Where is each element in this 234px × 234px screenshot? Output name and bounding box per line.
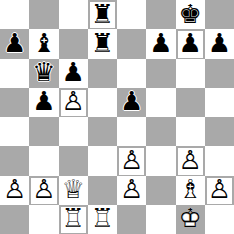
square-g3[interactable]: ♟♙ bbox=[176, 146, 205, 175]
square-c8[interactable] bbox=[59, 0, 88, 29]
square-g5[interactable] bbox=[176, 88, 205, 117]
square-h4[interactable] bbox=[205, 117, 234, 146]
white-rook-icon: ♜♖ bbox=[59, 205, 88, 234]
square-c4[interactable] bbox=[59, 117, 88, 146]
white-pawn-icon: ♟♙ bbox=[205, 176, 234, 205]
black-pawn-icon: ♟ bbox=[117, 88, 146, 117]
square-a8[interactable] bbox=[0, 0, 29, 29]
square-b3[interactable] bbox=[29, 146, 58, 175]
square-f8[interactable] bbox=[146, 0, 175, 29]
square-c2[interactable]: ♛♕ bbox=[59, 176, 88, 205]
square-a6[interactable] bbox=[0, 59, 29, 88]
square-b2[interactable]: ♟♙ bbox=[29, 176, 58, 205]
black-pawn-icon: ♟ bbox=[29, 88, 58, 117]
square-a7[interactable]: ♟ bbox=[0, 29, 29, 58]
square-h5[interactable] bbox=[205, 88, 234, 117]
white-pawn-icon: ♟♙ bbox=[117, 146, 146, 175]
square-e2[interactable]: ♟♙ bbox=[117, 176, 146, 205]
square-a3[interactable] bbox=[0, 146, 29, 175]
square-b4[interactable] bbox=[29, 117, 58, 146]
square-g8[interactable]: ♚ bbox=[176, 0, 205, 29]
white-pawn-icon: ♟♙ bbox=[29, 176, 58, 205]
white-pawn-icon: ♟♙ bbox=[59, 88, 88, 117]
square-h3[interactable] bbox=[205, 146, 234, 175]
black-rook-icon: ♜ bbox=[88, 0, 117, 29]
black-pawn-icon: ♟ bbox=[0, 29, 29, 58]
chess-diagram: ♜♚♟♝♜♟♟♟♛♟♟♟♙♟♟♙♟♙♟♙♟♙♛♕♟♙♝♗♟♙♜♖♜♖♚♔ bbox=[0, 0, 234, 234]
square-f1[interactable] bbox=[146, 205, 175, 234]
white-pawn-icon: ♟♙ bbox=[176, 146, 205, 175]
square-b6[interactable]: ♛ bbox=[29, 59, 58, 88]
chess-board: ♜♚♟♝♜♟♟♟♛♟♟♟♙♟♟♙♟♙♟♙♟♙♛♕♟♙♝♗♟♙♜♖♜♖♚♔ bbox=[0, 0, 234, 234]
square-b7[interactable]: ♝ bbox=[29, 29, 58, 58]
black-rook-icon: ♜ bbox=[88, 29, 117, 58]
square-g2[interactable]: ♝♗ bbox=[176, 176, 205, 205]
square-f7[interactable]: ♟ bbox=[146, 29, 175, 58]
black-pawn-icon: ♟ bbox=[59, 59, 88, 88]
square-c3[interactable] bbox=[59, 146, 88, 175]
square-d5[interactable] bbox=[88, 88, 117, 117]
square-b8[interactable] bbox=[29, 0, 58, 29]
square-a2[interactable]: ♟♙ bbox=[0, 176, 29, 205]
square-a1[interactable] bbox=[0, 205, 29, 234]
black-pawn-icon: ♟ bbox=[205, 29, 234, 58]
square-g4[interactable] bbox=[176, 117, 205, 146]
square-b5[interactable]: ♟ bbox=[29, 88, 58, 117]
square-e1[interactable] bbox=[117, 205, 146, 234]
black-queen-icon: ♛ bbox=[29, 59, 58, 88]
square-h2[interactable]: ♟♙ bbox=[205, 176, 234, 205]
square-g1[interactable]: ♚♔ bbox=[176, 205, 205, 234]
black-bishop-icon: ♝ bbox=[29, 29, 58, 58]
black-pawn-icon: ♟ bbox=[146, 29, 175, 58]
square-f5[interactable] bbox=[146, 88, 175, 117]
square-e3[interactable]: ♟♙ bbox=[117, 146, 146, 175]
square-d1[interactable]: ♜♖ bbox=[88, 205, 117, 234]
square-f6[interactable] bbox=[146, 59, 175, 88]
square-e4[interactable] bbox=[117, 117, 146, 146]
square-a5[interactable] bbox=[0, 88, 29, 117]
square-c7[interactable] bbox=[59, 29, 88, 58]
square-d8[interactable]: ♜ bbox=[88, 0, 117, 29]
square-b1[interactable] bbox=[29, 205, 58, 234]
square-h6[interactable] bbox=[205, 59, 234, 88]
square-e5[interactable]: ♟ bbox=[117, 88, 146, 117]
square-e8[interactable] bbox=[117, 0, 146, 29]
white-rook-icon: ♜♖ bbox=[88, 205, 117, 234]
square-h8[interactable] bbox=[205, 0, 234, 29]
square-g7[interactable]: ♟ bbox=[176, 29, 205, 58]
square-h7[interactable]: ♟ bbox=[205, 29, 234, 58]
square-c5[interactable]: ♟♙ bbox=[59, 88, 88, 117]
square-d2[interactable] bbox=[88, 176, 117, 205]
square-c6[interactable]: ♟ bbox=[59, 59, 88, 88]
square-g6[interactable] bbox=[176, 59, 205, 88]
white-queen-icon: ♛♕ bbox=[59, 176, 88, 205]
white-king-icon: ♚♔ bbox=[176, 205, 205, 234]
square-e7[interactable] bbox=[117, 29, 146, 58]
square-d6[interactable] bbox=[88, 59, 117, 88]
black-king-icon: ♚ bbox=[176, 0, 205, 29]
square-a4[interactable] bbox=[0, 117, 29, 146]
square-e6[interactable] bbox=[117, 59, 146, 88]
square-f4[interactable] bbox=[146, 117, 175, 146]
white-bishop-icon: ♝♗ bbox=[176, 176, 205, 205]
square-d7[interactable]: ♜ bbox=[88, 29, 117, 58]
white-pawn-icon: ♟♙ bbox=[0, 176, 29, 205]
square-f3[interactable] bbox=[146, 146, 175, 175]
square-c1[interactable]: ♜♖ bbox=[59, 205, 88, 234]
white-pawn-icon: ♟♙ bbox=[117, 176, 146, 205]
square-d4[interactable] bbox=[88, 117, 117, 146]
square-d3[interactable] bbox=[88, 146, 117, 175]
square-h1[interactable] bbox=[205, 205, 234, 234]
square-f2[interactable] bbox=[146, 176, 175, 205]
black-pawn-icon: ♟ bbox=[176, 29, 205, 58]
